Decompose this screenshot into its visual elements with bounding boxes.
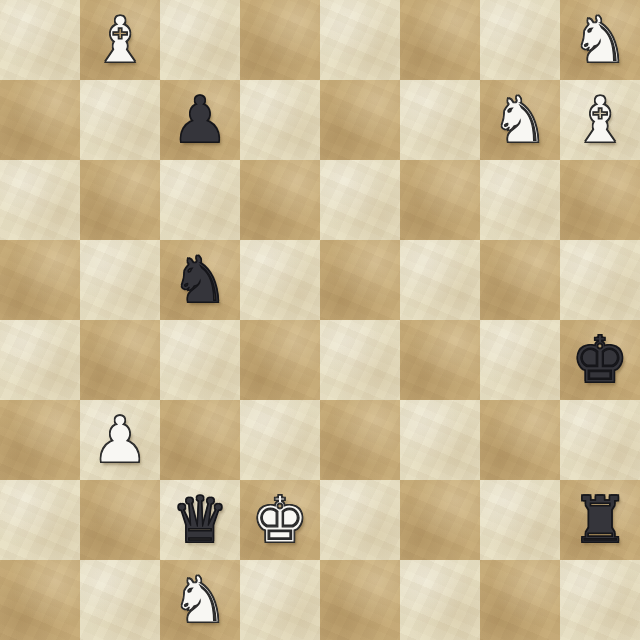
square-c4[interactable] <box>160 320 240 400</box>
black-pawn[interactable]: ♟ <box>171 80 228 160</box>
square-f2[interactable] <box>400 480 480 560</box>
white-pawn[interactable]: ♟ <box>91 400 148 480</box>
square-h3[interactable] <box>560 400 640 480</box>
square-a1[interactable] <box>0 560 80 640</box>
square-f3[interactable] <box>400 400 480 480</box>
square-g2[interactable] <box>480 480 560 560</box>
chess-board: ♝♞♟♞♝♞♚♟♛♚♜♞ <box>0 0 640 640</box>
square-d5[interactable] <box>240 240 320 320</box>
square-f8[interactable] <box>400 0 480 80</box>
square-e7[interactable] <box>320 80 400 160</box>
square-f1[interactable] <box>400 560 480 640</box>
black-knight[interactable]: ♞ <box>171 240 228 320</box>
square-h2[interactable]: ♜ <box>560 480 640 560</box>
square-b7[interactable] <box>80 80 160 160</box>
square-d4[interactable] <box>240 320 320 400</box>
square-e1[interactable] <box>320 560 400 640</box>
square-c5[interactable]: ♞ <box>160 240 240 320</box>
square-f4[interactable] <box>400 320 480 400</box>
square-e2[interactable] <box>320 480 400 560</box>
square-c6[interactable] <box>160 160 240 240</box>
white-king[interactable]: ♚ <box>251 480 308 560</box>
square-h1[interactable] <box>560 560 640 640</box>
white-knight[interactable]: ♞ <box>571 0 628 80</box>
square-d2[interactable]: ♚ <box>240 480 320 560</box>
square-h7[interactable]: ♝ <box>560 80 640 160</box>
square-e5[interactable] <box>320 240 400 320</box>
white-bishop[interactable]: ♝ <box>571 80 628 160</box>
black-king[interactable]: ♚ <box>571 320 628 400</box>
square-h8[interactable]: ♞ <box>560 0 640 80</box>
square-b5[interactable] <box>80 240 160 320</box>
black-rook[interactable]: ♜ <box>571 480 628 560</box>
square-g4[interactable] <box>480 320 560 400</box>
square-g6[interactable] <box>480 160 560 240</box>
square-f6[interactable] <box>400 160 480 240</box>
white-bishop[interactable]: ♝ <box>91 0 148 80</box>
square-b3[interactable]: ♟ <box>80 400 160 480</box>
square-b1[interactable] <box>80 560 160 640</box>
square-c3[interactable] <box>160 400 240 480</box>
square-a6[interactable] <box>0 160 80 240</box>
black-queen[interactable]: ♛ <box>171 480 228 560</box>
square-d3[interactable] <box>240 400 320 480</box>
square-g1[interactable] <box>480 560 560 640</box>
square-a4[interactable] <box>0 320 80 400</box>
square-e8[interactable] <box>320 0 400 80</box>
square-g8[interactable] <box>480 0 560 80</box>
square-e3[interactable] <box>320 400 400 480</box>
square-g7[interactable]: ♞ <box>480 80 560 160</box>
square-f5[interactable] <box>400 240 480 320</box>
square-h6[interactable] <box>560 160 640 240</box>
square-a3[interactable] <box>0 400 80 480</box>
square-d7[interactable] <box>240 80 320 160</box>
square-c2[interactable]: ♛ <box>160 480 240 560</box>
square-f7[interactable] <box>400 80 480 160</box>
square-c7[interactable]: ♟ <box>160 80 240 160</box>
square-b4[interactable] <box>80 320 160 400</box>
square-b2[interactable] <box>80 480 160 560</box>
square-d8[interactable] <box>240 0 320 80</box>
square-c1[interactable]: ♞ <box>160 560 240 640</box>
square-d6[interactable] <box>240 160 320 240</box>
square-c8[interactable] <box>160 0 240 80</box>
white-knight[interactable]: ♞ <box>491 80 548 160</box>
square-e4[interactable] <box>320 320 400 400</box>
square-a8[interactable] <box>0 0 80 80</box>
square-h4[interactable]: ♚ <box>560 320 640 400</box>
chess-board-wrap: ♝♞♟♞♝♞♚♟♛♚♜♞ <box>0 0 640 640</box>
white-knight[interactable]: ♞ <box>171 560 228 640</box>
square-a7[interactable] <box>0 80 80 160</box>
square-e6[interactable] <box>320 160 400 240</box>
square-b6[interactable] <box>80 160 160 240</box>
square-b8[interactable]: ♝ <box>80 0 160 80</box>
square-g3[interactable] <box>480 400 560 480</box>
square-a2[interactable] <box>0 480 80 560</box>
square-d1[interactable] <box>240 560 320 640</box>
square-a5[interactable] <box>0 240 80 320</box>
square-h5[interactable] <box>560 240 640 320</box>
square-g5[interactable] <box>480 240 560 320</box>
